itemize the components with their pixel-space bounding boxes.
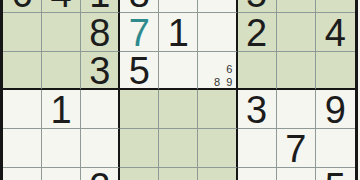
sudoku-app-screen: 641858712435689139725 xyxy=(0,0,360,180)
cell-r3c2[interactable] xyxy=(42,52,81,91)
cell-value: 4 xyxy=(51,0,72,13)
cell-value: 7 xyxy=(285,130,306,168)
cell-r5c9[interactable] xyxy=(316,129,355,168)
cell-r4c3[interactable] xyxy=(81,90,120,129)
cell-value: 2 xyxy=(89,168,110,180)
pencil-mark-slot: 8 xyxy=(211,76,223,88)
cell-r2c4[interactable]: 7 xyxy=(120,13,159,52)
pencil-mark-slot: 6 xyxy=(223,64,235,76)
cell-r4c6[interactable] xyxy=(198,90,237,129)
cell-r6c1[interactable] xyxy=(3,168,42,180)
sudoku-board: 641858712435689139725 xyxy=(0,0,358,180)
cell-r2c2[interactable] xyxy=(42,13,81,52)
pencil-mark-slot xyxy=(198,76,210,88)
cell-value: 8 xyxy=(89,14,110,52)
cell-r1c2[interactable]: 4 xyxy=(42,0,81,13)
cell-r5c5[interactable] xyxy=(159,129,198,168)
cell-r6c8[interactable] xyxy=(277,168,316,180)
cell-r1c1[interactable]: 6 xyxy=(3,0,42,13)
cell-value: 2 xyxy=(246,14,267,52)
cell-r6c5[interactable] xyxy=(159,168,198,180)
pencil-mark-slot xyxy=(198,64,210,76)
cell-r2c3[interactable]: 8 xyxy=(81,13,120,52)
cell-r1c8[interactable] xyxy=(277,0,316,13)
cell-r5c4[interactable] xyxy=(120,129,159,168)
cell-value: 3 xyxy=(246,91,267,129)
cell-r2c8[interactable] xyxy=(277,13,316,52)
cell-r2c9[interactable]: 4 xyxy=(316,13,355,52)
cell-r4c7[interactable]: 3 xyxy=(238,90,277,129)
cell-value: 3 xyxy=(89,52,110,90)
cell-r3c7[interactable] xyxy=(238,52,277,91)
cell-r5c1[interactable] xyxy=(3,129,42,168)
cell-r3c8[interactable] xyxy=(277,52,316,91)
cell-r6c6[interactable] xyxy=(198,168,237,180)
pencil-mark-slot xyxy=(211,64,223,76)
cell-r6c9[interactable]: 5 xyxy=(316,168,355,180)
pencil-mark-slot xyxy=(198,52,210,64)
cell-value: 6 xyxy=(11,0,32,13)
cell-r2c7[interactable]: 2 xyxy=(238,13,277,52)
cell-value: 5 xyxy=(325,168,346,180)
pencil-marks: 689 xyxy=(198,52,235,89)
cell-r2c5[interactable]: 1 xyxy=(159,13,198,52)
cell-r4c5[interactable] xyxy=(159,90,198,129)
cell-r4c4[interactable] xyxy=(120,90,159,129)
cell-r6c7[interactable] xyxy=(238,168,277,180)
cell-value: 5 xyxy=(129,52,150,90)
cell-r3c5[interactable] xyxy=(159,52,198,91)
cell-r6c2[interactable] xyxy=(42,168,81,180)
cell-r4c1[interactable] xyxy=(3,90,42,129)
cell-r3c3[interactable]: 3 xyxy=(81,52,120,91)
cell-value: 1 xyxy=(168,14,189,52)
pencil-mark-slot xyxy=(211,52,223,64)
cell-r5c6[interactable] xyxy=(198,129,237,168)
cell-r1c6[interactable] xyxy=(198,0,237,13)
cell-r3c6[interactable]: 689 xyxy=(198,52,237,91)
cell-r2c1[interactable] xyxy=(3,13,42,52)
cell-r3c9[interactable] xyxy=(316,52,355,91)
cell-value: 9 xyxy=(325,91,346,129)
cell-r5c8[interactable]: 7 xyxy=(277,129,316,168)
pencil-mark-slot: 9 xyxy=(223,76,235,88)
cell-r6c3[interactable]: 2 xyxy=(81,168,120,180)
cell-value: 7 xyxy=(129,14,150,52)
cell-value: 1 xyxy=(51,91,72,129)
cell-r4c2[interactable]: 1 xyxy=(42,90,81,129)
pencil-mark-slot xyxy=(223,52,235,64)
cell-value: 4 xyxy=(325,14,346,52)
cell-r4c8[interactable] xyxy=(277,90,316,129)
cell-r3c1[interactable] xyxy=(3,52,42,91)
cell-r5c3[interactable] xyxy=(81,129,120,168)
cell-r5c2[interactable] xyxy=(42,129,81,168)
cell-r2c6[interactable] xyxy=(198,13,237,52)
cell-r6c4[interactable] xyxy=(120,168,159,180)
cell-r4c9[interactable]: 9 xyxy=(316,90,355,129)
cell-r5c7[interactable] xyxy=(238,129,277,168)
cell-r3c4[interactable]: 5 xyxy=(120,52,159,91)
